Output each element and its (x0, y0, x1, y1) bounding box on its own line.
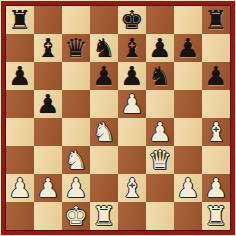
square-a2[interactable]: ♟ (6, 174, 34, 202)
piece-white-pawn[interactable]: ♟ (6, 174, 34, 202)
square-b6[interactable] (34, 62, 62, 90)
piece-black-rook[interactable]: ♜ (6, 6, 34, 34)
square-h6[interactable]: ♟ (202, 62, 230, 90)
piece-black-bishop[interactable]: ♝ (118, 34, 146, 62)
piece-black-rook[interactable]: ♜ (202, 6, 230, 34)
square-g6[interactable] (174, 62, 202, 90)
square-d1[interactable]: ♜ (90, 202, 118, 230)
square-e3[interactable] (118, 146, 146, 174)
piece-white-pawn[interactable]: ♟ (34, 174, 62, 202)
piece-white-pawn[interactable]: ♟ (174, 174, 202, 202)
square-c1[interactable]: ♚ (62, 202, 90, 230)
square-d6[interactable]: ♟ (90, 62, 118, 90)
square-g2[interactable]: ♟ (174, 174, 202, 202)
piece-white-bishop[interactable]: ♝ (118, 174, 146, 202)
square-f2[interactable] (146, 174, 174, 202)
square-g5[interactable] (174, 90, 202, 118)
piece-black-queen[interactable]: ♛ (62, 34, 90, 62)
square-h1[interactable]: ♜ (202, 202, 230, 230)
square-c2[interactable]: ♟ (62, 174, 90, 202)
piece-white-bishop[interactable]: ♝ (202, 118, 230, 146)
square-b8[interactable] (34, 6, 62, 34)
square-h4[interactable]: ♝ (202, 118, 230, 146)
square-g4[interactable] (174, 118, 202, 146)
square-h5[interactable] (202, 90, 230, 118)
piece-white-pawn[interactable]: ♟ (118, 90, 146, 118)
square-g1[interactable] (174, 202, 202, 230)
square-a3[interactable] (6, 146, 34, 174)
square-e2[interactable]: ♝ (118, 174, 146, 202)
square-b5[interactable]: ♟ (34, 90, 62, 118)
square-b3[interactable] (34, 146, 62, 174)
piece-black-knight[interactable]: ♞ (146, 62, 174, 90)
square-a1[interactable] (6, 202, 34, 230)
square-a4[interactable] (6, 118, 34, 146)
square-d7[interactable]: ♞ (90, 34, 118, 62)
square-a5[interactable] (6, 90, 34, 118)
piece-black-bishop[interactable]: ♝ (34, 34, 62, 62)
board-border: ♜♚♜♝♛♞♝♟♟♟♟♟♞♟♟♟♞♟♝♞♛♟♟♟♝♟♟♚♜♜ (1, 1, 235, 235)
square-e5[interactable]: ♟ (118, 90, 146, 118)
square-f6[interactable]: ♞ (146, 62, 174, 90)
square-g8[interactable] (174, 6, 202, 34)
square-h2[interactable]: ♟ (202, 174, 230, 202)
piece-black-pawn[interactable]: ♟ (6, 62, 34, 90)
square-h8[interactable]: ♜ (202, 6, 230, 34)
piece-black-pawn[interactable]: ♟ (174, 34, 202, 62)
square-d5[interactable] (90, 90, 118, 118)
piece-white-pawn[interactable]: ♟ (202, 174, 230, 202)
piece-white-king[interactable]: ♚ (62, 202, 90, 230)
square-e7[interactable]: ♝ (118, 34, 146, 62)
square-h3[interactable] (202, 146, 230, 174)
square-f1[interactable] (146, 202, 174, 230)
piece-black-knight[interactable]: ♞ (90, 34, 118, 62)
square-d8[interactable] (90, 6, 118, 34)
square-b1[interactable] (34, 202, 62, 230)
square-b7[interactable]: ♝ (34, 34, 62, 62)
square-d3[interactable] (90, 146, 118, 174)
piece-white-pawn[interactable]: ♟ (62, 174, 90, 202)
square-g3[interactable] (174, 146, 202, 174)
piece-white-knight[interactable]: ♞ (90, 118, 118, 146)
square-f3[interactable]: ♛ (146, 146, 174, 174)
square-g7[interactable]: ♟ (174, 34, 202, 62)
square-h7[interactable] (202, 34, 230, 62)
piece-white-pawn[interactable]: ♟ (146, 118, 174, 146)
square-c4[interactable] (62, 118, 90, 146)
square-f5[interactable] (146, 90, 174, 118)
square-e1[interactable] (118, 202, 146, 230)
square-f8[interactable] (146, 6, 174, 34)
square-f4[interactable]: ♟ (146, 118, 174, 146)
piece-black-pawn[interactable]: ♟ (146, 34, 174, 62)
piece-black-pawn[interactable]: ♟ (118, 62, 146, 90)
square-e8[interactable]: ♚ (118, 6, 146, 34)
square-d2[interactable] (90, 174, 118, 202)
piece-black-pawn[interactable]: ♟ (202, 62, 230, 90)
piece-white-rook[interactable]: ♜ (202, 202, 230, 230)
board-frame: ♜♚♜♝♛♞♝♟♟♟♟♟♞♟♟♟♞♟♝♞♛♟♟♟♝♟♟♚♜♜ (0, 0, 236, 236)
square-c6[interactable] (62, 62, 90, 90)
piece-white-knight[interactable]: ♞ (62, 146, 90, 174)
square-d4[interactable]: ♞ (90, 118, 118, 146)
square-c7[interactable]: ♛ (62, 34, 90, 62)
piece-black-king[interactable]: ♚ (118, 6, 146, 34)
square-c5[interactable] (62, 90, 90, 118)
piece-black-pawn[interactable]: ♟ (34, 90, 62, 118)
square-a7[interactable] (6, 34, 34, 62)
square-f7[interactable]: ♟ (146, 34, 174, 62)
piece-white-rook[interactable]: ♜ (90, 202, 118, 230)
chess-board: ♜♚♜♝♛♞♝♟♟♟♟♟♞♟♟♟♞♟♝♞♛♟♟♟♝♟♟♚♜♜ (6, 6, 230, 230)
square-c8[interactable] (62, 6, 90, 34)
square-e6[interactable]: ♟ (118, 62, 146, 90)
piece-black-pawn[interactable]: ♟ (90, 62, 118, 90)
piece-white-queen[interactable]: ♛ (146, 146, 174, 174)
square-a8[interactable]: ♜ (6, 6, 34, 34)
square-a6[interactable]: ♟ (6, 62, 34, 90)
square-b4[interactable] (34, 118, 62, 146)
square-e4[interactable] (118, 118, 146, 146)
square-b2[interactable]: ♟ (34, 174, 62, 202)
square-c3[interactable]: ♞ (62, 146, 90, 174)
